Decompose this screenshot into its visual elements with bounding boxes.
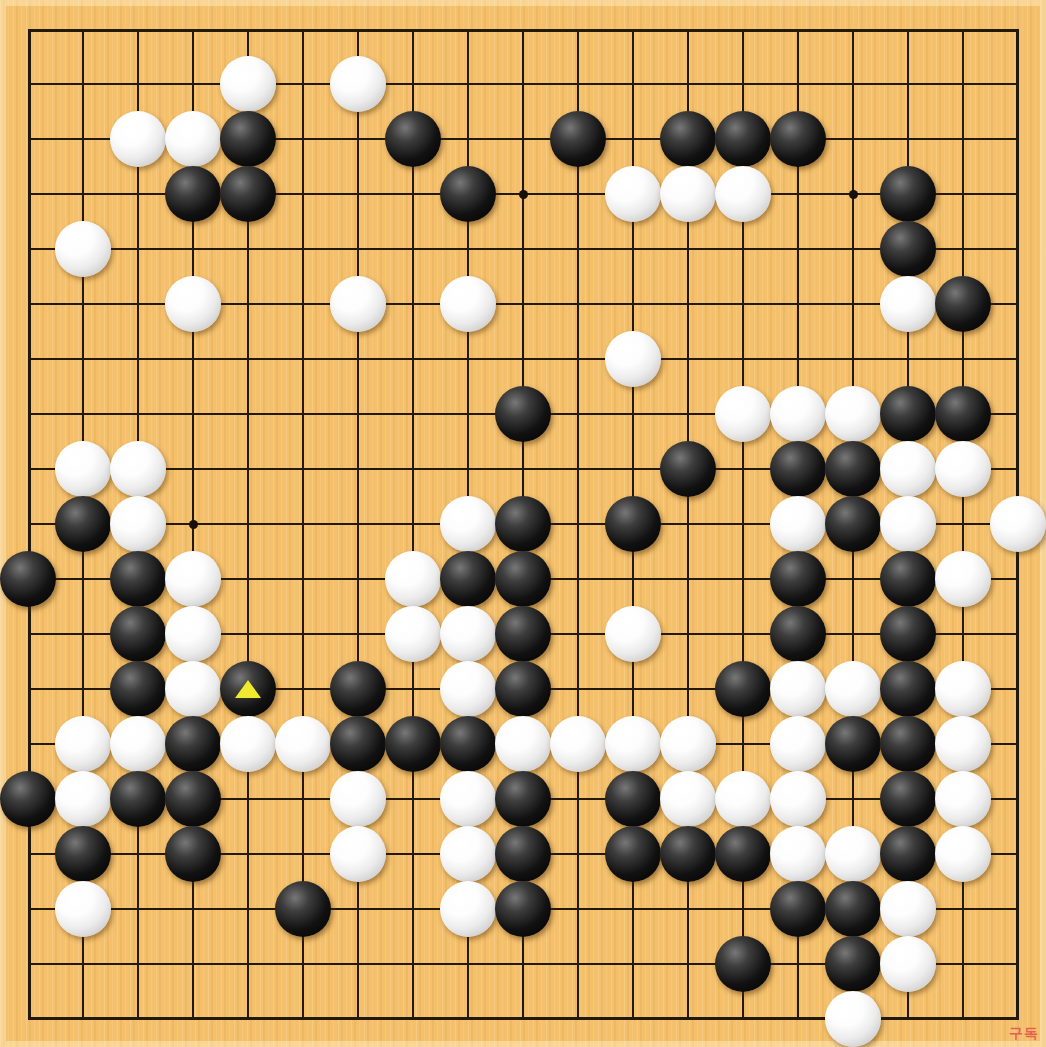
go-board[interactable]: 구독 [0, 0, 1046, 1047]
stone-black[interactable] [770, 606, 826, 662]
stone-black[interactable] [0, 771, 56, 827]
stone-black[interactable] [770, 111, 826, 167]
stone-black[interactable] [935, 276, 991, 332]
stone-black[interactable] [935, 386, 991, 442]
stone-white[interactable] [165, 661, 221, 717]
stone-white[interactable] [880, 936, 936, 992]
stone-black[interactable] [605, 771, 661, 827]
stone-white[interactable] [110, 496, 166, 552]
stone-white[interactable] [880, 881, 936, 937]
stone-white[interactable] [825, 386, 881, 442]
stone-white[interactable] [55, 771, 111, 827]
stone-white[interactable] [770, 661, 826, 717]
stone-white[interactable] [605, 606, 661, 662]
stone-white[interactable] [385, 551, 441, 607]
stone-black[interactable] [715, 936, 771, 992]
star-point [849, 190, 858, 199]
stone-white[interactable] [220, 56, 276, 112]
stone-white[interactable] [770, 826, 826, 882]
stone-white[interactable] [770, 386, 826, 442]
stone-white[interactable] [110, 441, 166, 497]
stone-black[interactable] [165, 716, 221, 772]
watermark-text: 구독 [1009, 1025, 1039, 1043]
stone-white[interactable] [825, 661, 881, 717]
stone-black[interactable] [440, 166, 496, 222]
stone-white[interactable] [660, 166, 716, 222]
stone-white[interactable] [880, 496, 936, 552]
stone-black[interactable] [825, 441, 881, 497]
stone-white[interactable] [385, 606, 441, 662]
stone-black[interactable] [880, 221, 936, 277]
stone-white[interactable] [330, 771, 386, 827]
stone-black[interactable] [495, 496, 551, 552]
stone-black[interactable] [660, 441, 716, 497]
stone-white[interactable] [165, 606, 221, 662]
stone-white[interactable] [110, 111, 166, 167]
stone-white[interactable] [440, 496, 496, 552]
stone-black[interactable] [880, 771, 936, 827]
stone-black[interactable] [495, 826, 551, 882]
stone-white[interactable] [440, 661, 496, 717]
stone-black[interactable] [275, 881, 331, 937]
stone-black[interactable] [715, 111, 771, 167]
stone-white[interactable] [715, 166, 771, 222]
stone-white[interactable] [330, 826, 386, 882]
stone-white[interactable] [440, 826, 496, 882]
stone-white[interactable] [440, 771, 496, 827]
stone-black[interactable] [220, 111, 276, 167]
stone-white[interactable] [440, 606, 496, 662]
stone-white[interactable] [55, 716, 111, 772]
stone-black[interactable] [0, 551, 56, 607]
stone-black[interactable] [825, 881, 881, 937]
stone-black[interactable] [715, 826, 771, 882]
stone-black[interactable] [880, 551, 936, 607]
stone-black[interactable] [880, 606, 936, 662]
stone-white[interactable] [715, 386, 771, 442]
stone-white[interactable] [55, 881, 111, 937]
last-move-triangle-marker [235, 680, 261, 698]
stone-black[interactable] [660, 111, 716, 167]
stone-white[interactable] [605, 166, 661, 222]
stone-black[interactable] [165, 166, 221, 222]
stone-white[interactable] [440, 276, 496, 332]
star-point [189, 520, 198, 529]
stone-black[interactable] [880, 716, 936, 772]
stone-black[interactable] [825, 496, 881, 552]
stone-black[interactable] [330, 661, 386, 717]
stone-white[interactable] [990, 496, 1046, 552]
stone-white[interactable] [110, 716, 166, 772]
stone-black[interactable] [330, 716, 386, 772]
stone-black[interactable] [440, 716, 496, 772]
stone-black[interactable] [165, 826, 221, 882]
stone-white[interactable] [220, 716, 276, 772]
stone-black[interactable] [110, 661, 166, 717]
stone-black[interactable] [110, 606, 166, 662]
stone-black[interactable] [495, 386, 551, 442]
stone-white[interactable] [935, 551, 991, 607]
stone-black[interactable] [110, 551, 166, 607]
stone-white[interactable] [605, 331, 661, 387]
stone-white[interactable] [935, 771, 991, 827]
stone-black[interactable] [220, 166, 276, 222]
stone-white[interactable] [770, 716, 826, 772]
stone-white[interactable] [825, 991, 881, 1047]
stone-black[interactable] [495, 551, 551, 607]
stone-black[interactable] [880, 826, 936, 882]
stone-black[interactable] [880, 166, 936, 222]
stone-white[interactable] [55, 441, 111, 497]
stone-white[interactable] [330, 56, 386, 112]
stone-white[interactable] [165, 276, 221, 332]
stone-white[interactable] [330, 276, 386, 332]
stone-black[interactable] [385, 111, 441, 167]
stone-white[interactable] [440, 881, 496, 937]
stone-white[interactable] [165, 551, 221, 607]
stone-white[interactable] [660, 716, 716, 772]
stone-white[interactable] [165, 111, 221, 167]
stone-black[interactable] [55, 496, 111, 552]
stone-black[interactable] [825, 936, 881, 992]
stone-black[interactable] [495, 771, 551, 827]
stone-black[interactable] [715, 661, 771, 717]
stone-black[interactable] [770, 441, 826, 497]
stone-black[interactable] [660, 826, 716, 882]
stone-white[interactable] [495, 716, 551, 772]
stone-white[interactable] [770, 771, 826, 827]
stone-white[interactable] [605, 716, 661, 772]
stone-black[interactable] [825, 716, 881, 772]
stone-white[interactable] [935, 826, 991, 882]
stone-black[interactable] [605, 496, 661, 552]
stone-black[interactable] [110, 771, 166, 827]
stone-black[interactable] [550, 111, 606, 167]
stone-white[interactable] [550, 716, 606, 772]
stone-white[interactable] [275, 716, 331, 772]
stone-black[interactable] [440, 551, 496, 607]
stone-white[interactable] [55, 221, 111, 277]
stone-black[interactable] [605, 826, 661, 882]
stone-white[interactable] [935, 716, 991, 772]
stone-white[interactable] [825, 826, 881, 882]
stone-black[interactable] [165, 771, 221, 827]
stone-white[interactable] [935, 661, 991, 717]
stone-white[interactable] [880, 441, 936, 497]
stone-black[interactable] [495, 881, 551, 937]
stone-black[interactable] [770, 551, 826, 607]
stone-white[interactable] [880, 276, 936, 332]
stone-black[interactable] [55, 826, 111, 882]
stone-white[interactable] [660, 771, 716, 827]
stone-white[interactable] [935, 441, 991, 497]
stone-black[interactable] [880, 386, 936, 442]
stone-black[interactable] [495, 661, 551, 717]
stone-black[interactable] [385, 716, 441, 772]
stone-white[interactable] [770, 496, 826, 552]
stone-black[interactable] [770, 881, 826, 937]
stone-black[interactable] [495, 606, 551, 662]
stone-black[interactable] [880, 661, 936, 717]
star-point [519, 190, 528, 199]
stone-white[interactable] [715, 771, 771, 827]
